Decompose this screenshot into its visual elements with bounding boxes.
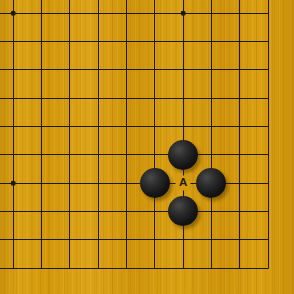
intersection-M7[interactable] [56,84,84,112]
intersection-M9[interactable] [56,28,84,56]
intersection-M3[interactable] [56,197,84,225]
intersection-T1[interactable] [254,254,282,282]
intersection-T9[interactable] [254,28,282,56]
hoshi-Q10 [181,11,186,16]
intersection-M4[interactable] [56,169,84,197]
intersection-L1[interactable] [28,254,56,282]
intersection-K7[interactable] [0,84,28,112]
intersection-S3[interactable] [226,197,254,225]
intersection-S7[interactable] [226,84,254,112]
intersection-R2[interactable] [197,226,225,254]
intersection-R1[interactable] [197,254,225,282]
intersection-Q10[interactable] [169,0,197,28]
intersection-K6[interactable] [0,112,28,140]
intersection-T2[interactable] [254,226,282,254]
intersection-M6[interactable] [56,112,84,140]
intersection-T3[interactable] [254,197,282,225]
intersection-R3[interactable] [197,197,225,225]
intersection-S10[interactable] [226,0,254,28]
intersection-N5[interactable] [84,141,112,169]
black-stone-P4 [140,168,170,198]
intersection-L8[interactable] [28,56,56,84]
intersection-O4[interactable] [112,169,140,197]
intersection-Q5[interactable] [169,141,197,169]
point-label-Q4: A [179,177,187,189]
intersection-P10[interactable] [141,0,169,28]
intersection-L10[interactable] [28,0,56,28]
intersection-N9[interactable] [84,28,112,56]
intersection-N1[interactable] [84,254,112,282]
board-grid: A [0,0,282,282]
intersection-L7[interactable] [28,84,56,112]
intersection-N6[interactable] [84,112,112,140]
intersection-O3[interactable] [112,197,140,225]
intersection-P9[interactable] [141,28,169,56]
intersection-M2[interactable] [56,226,84,254]
hoshi-K10 [11,11,16,16]
intersection-S8[interactable] [226,56,254,84]
intersection-P5[interactable] [141,141,169,169]
intersection-T10[interactable] [254,0,282,28]
intersection-K5[interactable] [0,141,28,169]
intersection-Q1[interactable] [169,254,197,282]
intersection-L6[interactable] [28,112,56,140]
intersection-Q7[interactable] [169,84,197,112]
intersection-S2[interactable] [226,226,254,254]
intersection-P7[interactable] [141,84,169,112]
intersection-Q9[interactable] [169,28,197,56]
black-stone-Q5 [168,140,198,170]
intersection-M10[interactable] [56,0,84,28]
intersection-S1[interactable] [226,254,254,282]
intersection-T4[interactable] [254,169,282,197]
intersection-T7[interactable] [254,84,282,112]
intersection-Q3[interactable] [169,197,197,225]
intersection-T5[interactable] [254,141,282,169]
intersection-L2[interactable] [28,226,56,254]
intersection-O1[interactable] [112,254,140,282]
intersection-N2[interactable] [84,226,112,254]
intersection-T6[interactable] [254,112,282,140]
intersection-K2[interactable] [0,226,28,254]
intersection-K3[interactable] [0,197,28,225]
intersection-O8[interactable] [112,56,140,84]
intersection-L3[interactable] [28,197,56,225]
intersection-K4[interactable] [0,169,28,197]
intersection-M5[interactable] [56,141,84,169]
intersection-K10[interactable] [0,0,28,28]
intersection-P3[interactable] [141,197,169,225]
black-stone-R4 [196,168,226,198]
black-stone-Q3 [168,196,198,226]
intersection-M1[interactable] [56,254,84,282]
intersection-O2[interactable] [112,226,140,254]
intersection-S9[interactable] [226,28,254,56]
intersection-R5[interactable] [197,141,225,169]
intersection-Q4[interactable]: A [169,169,197,197]
intersection-R9[interactable] [197,28,225,56]
intersection-R4[interactable] [197,169,225,197]
intersection-T8[interactable] [254,56,282,84]
intersection-S5[interactable] [226,141,254,169]
intersection-P4[interactable] [141,169,169,197]
intersection-R7[interactable] [197,84,225,112]
intersection-K9[interactable] [0,28,28,56]
intersection-Q8[interactable] [169,56,197,84]
hoshi-K4 [11,181,16,186]
intersection-K8[interactable] [0,56,28,84]
intersection-P1[interactable] [141,254,169,282]
intersection-R10[interactable] [197,0,225,28]
intersection-R6[interactable] [197,112,225,140]
intersection-L9[interactable] [28,28,56,56]
intersection-K1[interactable] [0,254,28,282]
intersection-N8[interactable] [84,56,112,84]
intersection-R8[interactable] [197,56,225,84]
intersection-P6[interactable] [141,112,169,140]
intersection-O10[interactable] [112,0,140,28]
intersection-O6[interactable] [112,112,140,140]
intersection-S6[interactable] [226,112,254,140]
intersection-N10[interactable] [84,0,112,28]
intersection-Q2[interactable] [169,226,197,254]
intersection-O9[interactable] [112,28,140,56]
intersection-P8[interactable] [141,56,169,84]
intersection-O7[interactable] [112,84,140,112]
intersection-M8[interactable] [56,56,84,84]
intersection-O5[interactable] [112,141,140,169]
intersection-N7[interactable] [84,84,112,112]
intersection-N4[interactable] [84,169,112,197]
intersection-N3[interactable] [84,197,112,225]
go-board: A [0,0,294,294]
intersection-Q6[interactable] [169,112,197,140]
intersection-P2[interactable] [141,226,169,254]
intersection-L4[interactable] [28,169,56,197]
intersection-S4[interactable] [226,169,254,197]
intersection-L5[interactable] [28,141,56,169]
